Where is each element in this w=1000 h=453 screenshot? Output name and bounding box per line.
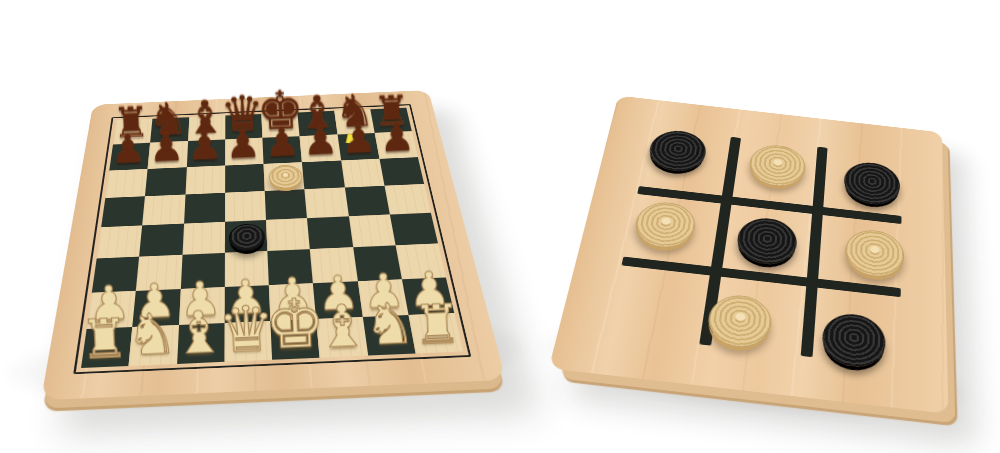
checker-disc-wood[interactable] <box>632 200 699 251</box>
chess-board: ♜♞♝♛♚♝♞♜♟♟♟♟♟♟♟♟♟♟♟♟♟♟♟♟♜♞♝♛♚♝♞♜ <box>41 90 506 400</box>
chess-square-e4[interactable] <box>266 218 310 251</box>
chess-square-e5[interactable] <box>265 189 307 220</box>
chess-square-a6[interactable] <box>105 169 147 198</box>
checker-disc-black[interactable] <box>646 128 709 174</box>
tictactoe-board <box>549 96 949 414</box>
ttt-cell-r3c1[interactable] <box>601 258 714 348</box>
tictactoe-grid <box>601 125 906 371</box>
ttt-cell-r1c3[interactable] <box>815 144 906 218</box>
chess-piece-light-bishop[interactable]: ♝ <box>158 304 241 362</box>
checker-disc-black[interactable] <box>821 311 886 370</box>
tictactoe-scene <box>519 33 1000 442</box>
chess-square-h6[interactable] <box>379 157 424 186</box>
tictactoe-perspective <box>519 33 1000 442</box>
ttt-cell-r1c1[interactable] <box>635 125 735 198</box>
chess-square-a4[interactable] <box>97 225 143 258</box>
chess-piece-light-rook[interactable]: ♜ <box>396 298 479 352</box>
product-photo-stage: ♜♞♝♛♚♝♞♜♟♟♟♟♟♟♟♟♟♟♟♟♟♟♟♟♜♞♝♛♚♝♞♜ <box>0 0 1000 453</box>
chess-square-h1[interactable]: ♜ <box>408 313 463 354</box>
chess-square-f4[interactable] <box>307 216 353 249</box>
checker-disc-wood[interactable] <box>705 292 774 350</box>
chess-square-h5[interactable] <box>384 184 431 215</box>
chess-square-f5[interactable] <box>305 187 349 218</box>
chess-square-b4[interactable] <box>139 224 183 257</box>
checker-disc-black[interactable] <box>843 160 900 207</box>
chess-grid: ♜♞♝♛♚♝♞♜♟♟♟♟♟♟♟♟♟♟♟♟♟♟♟♟♜♞♝♛♚♝♞♜ <box>81 108 463 368</box>
chess-square-c1[interactable]: ♝ <box>177 323 225 364</box>
chess-square-g6[interactable] <box>341 159 385 188</box>
ttt-cell-r2c2[interactable] <box>714 198 815 280</box>
chess-square-f1[interactable]: ♝ <box>316 317 367 358</box>
chess-square-h7[interactable]: ♟ <box>375 131 418 158</box>
ttt-cell-r2c1[interactable] <box>619 188 725 269</box>
ttt-cell-r1c2[interactable] <box>725 135 820 209</box>
chess-piece-dark-pawn[interactable]: ♟ <box>364 118 431 158</box>
chess-square-d5[interactable] <box>225 191 266 222</box>
ttt-cell-r2c3[interactable] <box>809 209 905 291</box>
checker-disc-wood[interactable] <box>747 143 807 189</box>
chess-square-a1[interactable]: ♜ <box>81 327 133 368</box>
chess-square-f6[interactable] <box>302 160 344 189</box>
ttt-cell-r3c2[interactable] <box>702 269 809 360</box>
chess-perspective: ♜♞♝♛♚♝♞♜♟♟♟♟♟♟♟♟♟♟♟♟♟♟♟♟♜♞♝♛♚♝♞♜ <box>0 29 534 411</box>
chess-square-c4[interactable] <box>182 222 225 255</box>
chess-square-b6[interactable] <box>145 167 186 196</box>
checker-disc-wood[interactable] <box>844 227 904 279</box>
chess-square-c5[interactable] <box>184 193 225 224</box>
chess-square-d6[interactable] <box>225 164 265 193</box>
chess-square-d4[interactable] <box>225 220 268 253</box>
chess-square-h4[interactable] <box>390 213 438 246</box>
checker-disc-black[interactable] <box>735 215 799 267</box>
chess-scene: ♜♞♝♛♚♝♞♜♟♟♟♟♟♟♟♟♟♟♟♟♟♟♟♟♜♞♝♛♚♝♞♜ <box>0 29 534 411</box>
chess-square-a5[interactable] <box>101 196 145 227</box>
chess-square-g5[interactable] <box>344 186 389 217</box>
checker-disc-black[interactable] <box>229 223 265 251</box>
chess-square-e6[interactable] <box>264 162 305 191</box>
ttt-cell-r3c3[interactable] <box>803 280 905 371</box>
chess-piece-light-rook[interactable]: ♜ <box>63 313 146 367</box>
chess-piece-light-bishop[interactable]: ♝ <box>301 298 384 356</box>
chess-square-c6[interactable] <box>185 165 225 194</box>
chess-square-b5[interactable] <box>142 194 185 225</box>
checker-disc-wood[interactable] <box>268 165 303 190</box>
chess-square-g4[interactable] <box>348 215 395 248</box>
